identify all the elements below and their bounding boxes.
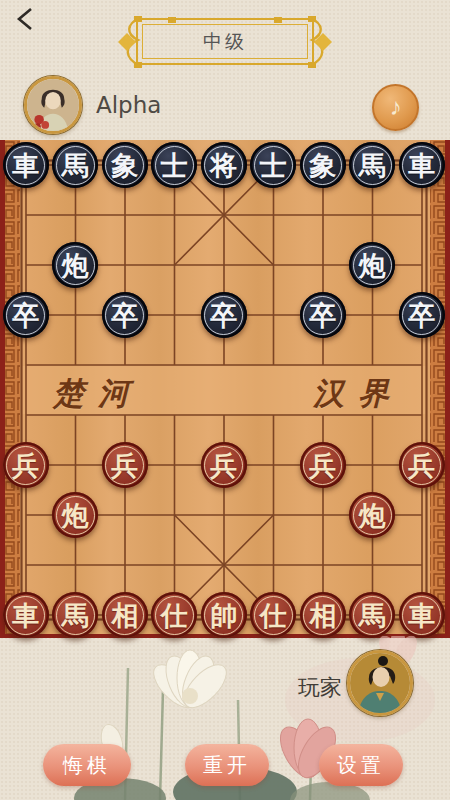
board-point-d8[interactable]	[150, 240, 200, 290]
board-point-d2[interactable]	[150, 540, 200, 590]
board-point-i4[interactable]: 兵	[397, 440, 447, 490]
board-point-e3[interactable]	[199, 490, 249, 540]
piece-red-炮[interactable]: 炮	[52, 492, 98, 538]
piece-black-象[interactable]: 象	[300, 142, 346, 188]
frame-ornament-left-icon	[114, 14, 144, 70]
board-point-g8[interactable]	[298, 240, 348, 290]
board-point-a8[interactable]	[1, 240, 51, 290]
piece-glyph: 士	[260, 152, 287, 179]
piece-glyph: 士	[161, 152, 188, 179]
board-point-b8[interactable]: 炮	[51, 240, 101, 290]
board-point-i5[interactable]	[397, 390, 447, 440]
piece-glyph: 相	[309, 602, 336, 629]
piece-red-兵[interactable]: 兵	[3, 442, 49, 488]
board-point-c5[interactable]	[100, 390, 150, 440]
board-point-b4[interactable]	[51, 440, 101, 490]
board-point-a3[interactable]	[1, 490, 51, 540]
piece-glyph: 卒	[210, 302, 237, 329]
board-point-h4[interactable]	[348, 440, 398, 490]
board-point-a1[interactable]: 車	[1, 590, 51, 640]
board-point-i7[interactable]: 卒	[397, 290, 447, 340]
board-point-g2[interactable]	[298, 540, 348, 590]
frame-knob-left	[168, 17, 176, 23]
board-point-f3[interactable]	[249, 490, 299, 540]
board-point-b6[interactable]	[51, 340, 101, 390]
board-point-f6[interactable]	[249, 340, 299, 390]
piece-red-兵[interactable]: 兵	[201, 442, 247, 488]
piece-glyph: 卒	[309, 302, 336, 329]
piece-glyph: 車	[12, 152, 39, 179]
board-point-e5[interactable]	[199, 390, 249, 440]
board-point-e8[interactable]	[199, 240, 249, 290]
board-point-b3[interactable]: 炮	[51, 490, 101, 540]
board-point-b7[interactable]	[51, 290, 101, 340]
piece-black-士[interactable]: 士	[151, 142, 197, 188]
piece-glyph: 車	[408, 152, 435, 179]
board-point-h8[interactable]: 炮	[348, 240, 398, 290]
piece-glyph: 象	[111, 152, 138, 179]
piece-black-士[interactable]: 士	[250, 142, 296, 188]
board-point-e10[interactable]: 将	[199, 140, 249, 190]
piece-glyph: 兵	[210, 452, 237, 479]
board-point-h6[interactable]	[348, 340, 398, 390]
level-label: 中级	[203, 29, 247, 55]
piece-red-兵[interactable]: 兵	[102, 442, 148, 488]
board-point-c3[interactable]	[100, 490, 150, 540]
board-point-a7[interactable]: 卒	[1, 290, 51, 340]
board-point-d5[interactable]	[150, 390, 200, 440]
piece-glyph: 炮	[359, 252, 386, 279]
woman-portrait-icon	[27, 79, 79, 131]
piece-glyph: 炮	[359, 502, 386, 529]
board-point-c2[interactable]	[100, 540, 150, 590]
board-point-f5[interactable]	[249, 390, 299, 440]
piece-black-馬[interactable]: 馬	[349, 142, 395, 188]
board-point-a6[interactable]	[1, 340, 51, 390]
game-screen: 中级 Alpha ♪	[0, 0, 450, 800]
piece-glyph: 馬	[62, 152, 89, 179]
xiangqi-board: 楚河 汉界 車馬象士将士象馬車炮炮卒卒卒卒卒兵兵兵兵兵炮炮車馬相仕帥仕相馬車	[0, 140, 450, 638]
board-point-b10[interactable]: 馬	[51, 140, 101, 190]
piece-glyph: 馬	[359, 602, 386, 629]
board-point-b9[interactable]	[51, 190, 101, 240]
board-point-i9[interactable]	[397, 190, 447, 240]
piece-red-兵[interactable]: 兵	[300, 442, 346, 488]
piece-red-仕[interactable]: 仕	[250, 592, 296, 638]
board-point-f1[interactable]: 仕	[249, 590, 299, 640]
board-point-a5[interactable]	[1, 390, 51, 440]
restart-button[interactable]: 重开	[185, 744, 269, 786]
piece-black-将[interactable]: 将	[201, 142, 247, 188]
board-point-h9[interactable]	[348, 190, 398, 240]
piece-red-仕[interactable]: 仕	[151, 592, 197, 638]
board-point-c10[interactable]: 象	[100, 140, 150, 190]
man-portrait-icon	[350, 653, 410, 713]
board-point-e6[interactable]	[199, 340, 249, 390]
board-point-e2[interactable]	[199, 540, 249, 590]
board-point-c9[interactable]	[100, 190, 150, 240]
board-point-c1[interactable]: 相	[100, 590, 150, 640]
piece-glyph: 仕	[260, 602, 287, 629]
piece-black-卒[interactable]: 卒	[102, 292, 148, 338]
board-point-e9[interactable]	[199, 190, 249, 240]
piece-glyph: 卒	[111, 302, 138, 329]
piece-red-帥[interactable]: 帥	[201, 592, 247, 638]
piece-glyph: 帥	[210, 602, 237, 629]
piece-black-車[interactable]: 車	[399, 142, 445, 188]
piece-black-馬[interactable]: 馬	[52, 142, 98, 188]
frame-knob-right	[274, 17, 282, 23]
board-point-d1[interactable]: 仕	[150, 590, 200, 640]
piece-black-卒[interactable]: 卒	[3, 292, 49, 338]
board-point-h5[interactable]	[348, 390, 398, 440]
board-point-e7[interactable]: 卒	[199, 290, 249, 340]
board-point-g1[interactable]: 相	[298, 590, 348, 640]
piece-glyph: 兵	[12, 452, 39, 479]
board-point-h3[interactable]: 炮	[348, 490, 398, 540]
piece-glyph: 車	[408, 602, 435, 629]
board-point-b1[interactable]: 馬	[51, 590, 101, 640]
board-point-h2[interactable]	[348, 540, 398, 590]
board-point-g6[interactable]	[298, 340, 348, 390]
piece-glyph: 車	[12, 602, 39, 629]
board-point-g4[interactable]: 兵	[298, 440, 348, 490]
settings-button[interactable]: 设置	[319, 744, 403, 786]
board-point-g7[interactable]: 卒	[298, 290, 348, 340]
board-point-a2[interactable]	[1, 540, 51, 590]
piece-glyph: 馬	[359, 152, 386, 179]
board-point-h1[interactable]: 馬	[348, 590, 398, 640]
piece-glyph: 炮	[62, 252, 89, 279]
piece-glyph: 兵	[111, 452, 138, 479]
board-point-e1[interactable]: 帥	[199, 590, 249, 640]
board-point-f8[interactable]	[249, 240, 299, 290]
board-point-f10[interactable]: 士	[249, 140, 299, 190]
piece-glyph: 馬	[62, 602, 89, 629]
piece-red-相[interactable]: 相	[102, 592, 148, 638]
board-point-e4[interactable]: 兵	[199, 440, 249, 490]
chevron-left-icon	[12, 5, 40, 33]
board-point-d3[interactable]	[150, 490, 200, 540]
board-point-d10[interactable]: 士	[150, 140, 200, 190]
board-point-i1[interactable]: 車	[397, 590, 447, 640]
undo-move-button[interactable]: 悔棋	[43, 744, 131, 786]
piece-glyph: 卒	[12, 302, 39, 329]
piece-glyph: 炮	[62, 502, 89, 529]
piece-black-卒[interactable]: 卒	[399, 292, 445, 338]
piece-red-炮[interactable]: 炮	[349, 492, 395, 538]
board-point-g3[interactable]	[298, 490, 348, 540]
board-point-i3[interactable]	[397, 490, 447, 540]
board-point-c7[interactable]: 卒	[100, 290, 150, 340]
board-point-f9[interactable]	[249, 190, 299, 240]
board-point-g10[interactable]: 象	[298, 140, 348, 190]
board-point-d6[interactable]	[150, 340, 200, 390]
piece-glyph: 将	[210, 152, 237, 179]
piece-glyph: 相	[111, 602, 138, 629]
board-point-i2[interactable]	[397, 540, 447, 590]
board-point-b2[interactable]	[51, 540, 101, 590]
board-grid: 車馬象士将士象馬車炮炮卒卒卒卒卒兵兵兵兵兵炮炮車馬相仕帥仕相馬車	[1, 140, 447, 640]
piece-glyph: 兵	[309, 452, 336, 479]
board-point-i8[interactable]	[397, 240, 447, 290]
board-point-a4[interactable]: 兵	[1, 440, 51, 490]
piece-glyph: 仕	[161, 602, 188, 629]
player-name: 玩家	[298, 673, 342, 703]
piece-red-車[interactable]: 車	[3, 592, 49, 638]
board-point-d9[interactable]	[150, 190, 200, 240]
board-point-h7[interactable]	[348, 290, 398, 340]
piece-black-象[interactable]: 象	[102, 142, 148, 188]
board-point-c8[interactable]	[100, 240, 150, 290]
board-point-d7[interactable]	[150, 290, 200, 340]
board-point-f4[interactable]	[249, 440, 299, 490]
piece-red-相[interactable]: 相	[300, 592, 346, 638]
piece-glyph: 象	[309, 152, 336, 179]
piece-red-馬[interactable]: 馬	[349, 592, 395, 638]
frame-ornament-right-icon	[306, 14, 336, 70]
piece-red-馬[interactable]: 馬	[52, 592, 98, 638]
piece-black-卒[interactable]: 卒	[300, 292, 346, 338]
back-button[interactable]	[12, 5, 40, 33]
board-point-c4[interactable]: 兵	[100, 440, 150, 490]
board-point-c6[interactable]	[100, 340, 150, 390]
piece-black-車[interactable]: 車	[3, 142, 49, 188]
piece-red-車[interactable]: 車	[399, 592, 445, 638]
player-avatar	[347, 650, 413, 716]
board-point-i10[interactable]: 車	[397, 140, 447, 190]
opponent-name: Alpha	[96, 92, 161, 118]
board-point-a9[interactable]	[1, 190, 51, 240]
piece-red-兵[interactable]: 兵	[399, 442, 445, 488]
level-badge: 中级	[136, 18, 314, 65]
piece-glyph: 兵	[408, 452, 435, 479]
board-point-h10[interactable]: 馬	[348, 140, 398, 190]
board-point-f7[interactable]	[249, 290, 299, 340]
board-point-d4[interactable]	[150, 440, 200, 490]
piece-glyph: 卒	[408, 302, 435, 329]
board-point-i6[interactable]	[397, 340, 447, 390]
board-point-g5[interactable]	[298, 390, 348, 440]
piece-black-炮[interactable]: 炮	[349, 242, 395, 288]
board-point-a10[interactable]: 車	[1, 140, 51, 190]
music-button[interactable]: ♪	[372, 84, 419, 131]
opponent-avatar	[24, 76, 82, 134]
piece-black-卒[interactable]: 卒	[201, 292, 247, 338]
music-note-icon: ♪	[390, 93, 402, 121]
board-point-b5[interactable]	[51, 390, 101, 440]
piece-black-炮[interactable]: 炮	[52, 242, 98, 288]
board-point-f2[interactable]	[249, 540, 299, 590]
board-point-g9[interactable]	[298, 190, 348, 240]
